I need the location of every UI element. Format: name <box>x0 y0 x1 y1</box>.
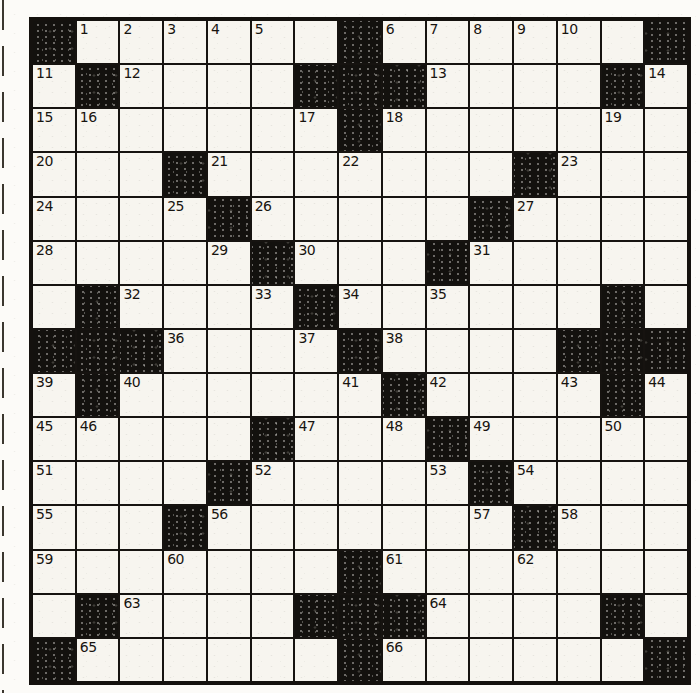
clue-number-23: 23 <box>561 154 578 169</box>
answer-cell-r13c1[interactable]: 59 <box>33 551 75 593</box>
black-cell-r8c2 <box>77 330 119 372</box>
clue-number-24: 24 <box>36 199 53 214</box>
black-cell-r12c4 <box>164 506 206 548</box>
answer-cell-r1c11[interactable]: 8 <box>470 21 512 63</box>
clue-number-30: 30 <box>298 243 315 258</box>
black-cell-r3c8 <box>339 109 381 151</box>
answer-cell-r1c14[interactable] <box>602 21 644 63</box>
clue-number-18: 18 <box>386 110 403 125</box>
answer-cell-r13c14[interactable] <box>602 551 644 593</box>
answer-cell-r4c1[interactable]: 20 <box>33 153 75 195</box>
answer-cell-r12c2[interactable] <box>77 506 119 548</box>
black-cell-r8c1 <box>33 330 75 372</box>
clue-number-29: 29 <box>211 243 228 258</box>
answer-cell-r13c10[interactable] <box>427 551 469 593</box>
answer-cell-r1c7[interactable] <box>295 21 337 63</box>
black-cell-r10c10 <box>427 418 469 460</box>
clue-number-14: 14 <box>648 66 665 81</box>
clue-number-13: 13 <box>430 66 447 81</box>
answer-cell-r14c15[interactable] <box>645 595 687 637</box>
black-cell-r8c14 <box>602 330 644 372</box>
answer-cell-r10c5[interactable] <box>208 418 250 460</box>
black-cell-r4c4 <box>164 153 206 195</box>
answer-cell-r10c11[interactable]: 49 <box>470 418 512 460</box>
answer-cell-r9c8[interactable]: 41 <box>339 374 381 416</box>
answer-cell-r4c14[interactable] <box>602 153 644 195</box>
answer-cell-r11c9[interactable] <box>383 462 425 504</box>
answer-cell-r9c5[interactable] <box>208 374 250 416</box>
black-cell-r5c5 <box>208 198 250 240</box>
answer-cell-r5c2[interactable] <box>77 198 119 240</box>
clue-number-46: 46 <box>80 419 97 434</box>
answer-cell-r4c6[interactable] <box>252 153 294 195</box>
answer-cell-r7c3[interactable]: 32 <box>120 286 162 328</box>
answer-cell-r1c4[interactable]: 3 <box>164 21 206 63</box>
black-cell-r6c6 <box>252 242 294 284</box>
clue-number-5: 5 <box>255 22 263 37</box>
answer-cell-r3c4[interactable] <box>164 109 206 151</box>
answer-cell-r6c2[interactable] <box>77 242 119 284</box>
answer-cell-r12c1[interactable]: 55 <box>33 506 75 548</box>
answer-cell-r8c6[interactable] <box>252 330 294 372</box>
clue-number-52: 52 <box>255 463 272 478</box>
answer-cell-r10c12[interactable] <box>514 418 556 460</box>
answer-cell-r2c13[interactable] <box>558 65 600 107</box>
answer-cell-r15c10[interactable] <box>427 639 469 681</box>
answer-cell-r1c6[interactable]: 5 <box>252 21 294 63</box>
answer-cell-r7c5[interactable] <box>208 286 250 328</box>
black-cell-r14c9 <box>383 595 425 637</box>
answer-cell-r3c14[interactable]: 19 <box>602 109 644 151</box>
answer-cell-r10c7[interactable]: 47 <box>295 418 337 460</box>
answer-cell-r12c13[interactable]: 58 <box>558 506 600 548</box>
answer-cell-r6c11[interactable]: 31 <box>470 242 512 284</box>
answer-cell-r13c15[interactable] <box>645 551 687 593</box>
answer-cell-r4c3[interactable] <box>120 153 162 195</box>
answer-cell-r4c13[interactable]: 23 <box>558 153 600 195</box>
answer-cell-r1c9[interactable]: 6 <box>383 21 425 63</box>
answer-cell-r1c5[interactable]: 4 <box>208 21 250 63</box>
answer-cell-r5c4[interactable]: 25 <box>164 198 206 240</box>
answer-cell-r4c7[interactable] <box>295 153 337 195</box>
answer-cell-r5c6[interactable]: 26 <box>252 198 294 240</box>
answer-cell-r3c1[interactable]: 15 <box>33 109 75 151</box>
answer-cell-r8c12[interactable] <box>514 330 556 372</box>
answer-cell-r12c6[interactable] <box>252 506 294 548</box>
clue-number-22: 22 <box>342 154 359 169</box>
clue-number-15: 15 <box>36 110 53 125</box>
answer-cell-r6c14[interactable] <box>602 242 644 284</box>
clue-number-49: 49 <box>473 419 490 434</box>
answer-cell-r6c7[interactable]: 30 <box>295 242 337 284</box>
answer-cell-r11c13[interactable] <box>558 462 600 504</box>
clue-number-32: 32 <box>123 287 140 302</box>
clue-number-59: 59 <box>36 552 53 567</box>
answer-cell-r13c2[interactable] <box>77 551 119 593</box>
answer-cell-r10c15[interactable] <box>645 418 687 460</box>
scanned-page: 1234567891011121314151617181920212223242… <box>0 0 700 693</box>
answer-cell-r5c10[interactable] <box>427 198 469 240</box>
clue-number-20: 20 <box>36 154 53 169</box>
clue-number-54: 54 <box>517 463 534 478</box>
answer-cell-r5c3[interactable] <box>120 198 162 240</box>
answer-cell-r10c8[interactable] <box>339 418 381 460</box>
clue-number-35: 35 <box>430 287 447 302</box>
black-cell-r9c2 <box>77 374 119 416</box>
answer-cell-r6c12[interactable] <box>514 242 556 284</box>
answer-cell-r14c11[interactable] <box>470 595 512 637</box>
clue-number-65: 65 <box>80 640 97 655</box>
black-cell-r12c12 <box>514 506 556 548</box>
answer-cell-r15c12[interactable] <box>514 639 556 681</box>
answer-cell-r6c15[interactable] <box>645 242 687 284</box>
clue-number-50: 50 <box>605 419 622 434</box>
clue-number-26: 26 <box>255 199 272 214</box>
black-cell-r8c13 <box>558 330 600 372</box>
answer-cell-r1c2[interactable]: 1 <box>77 21 119 63</box>
clue-number-25: 25 <box>167 199 184 214</box>
answer-cell-r13c9[interactable]: 61 <box>383 551 425 593</box>
clue-number-47: 47 <box>298 419 315 434</box>
clue-number-33: 33 <box>255 287 272 302</box>
clue-number-56: 56 <box>211 507 228 522</box>
answer-cell-r14c1[interactable] <box>33 595 75 637</box>
answer-cell-r9c13[interactable]: 43 <box>558 374 600 416</box>
answer-cell-r14c10[interactable]: 64 <box>427 595 469 637</box>
crossword-grid: 1234567891011121314151617181920212223242… <box>29 17 691 685</box>
answer-cell-r10c14[interactable]: 50 <box>602 418 644 460</box>
answer-cell-r7c10[interactable]: 35 <box>427 286 469 328</box>
answer-cell-r3c9[interactable]: 18 <box>383 109 425 151</box>
answer-cell-r2c3[interactable]: 12 <box>120 65 162 107</box>
black-cell-r4c12 <box>514 153 556 195</box>
clue-number-44: 44 <box>648 375 665 390</box>
answer-cell-r3c5[interactable] <box>208 109 250 151</box>
answer-cell-r2c15[interactable]: 14 <box>645 65 687 107</box>
page-edge-line <box>2 0 4 693</box>
clue-number-4: 4 <box>211 22 219 37</box>
clue-number-17: 17 <box>298 110 315 125</box>
answer-cell-r11c4[interactable] <box>164 462 206 504</box>
answer-cell-r13c12[interactable]: 62 <box>514 551 556 593</box>
black-cell-r6c10 <box>427 242 469 284</box>
answer-cell-r12c14[interactable] <box>602 506 644 548</box>
answer-cell-r5c9[interactable] <box>383 198 425 240</box>
black-cell-r1c15 <box>645 21 687 63</box>
clue-number-64: 64 <box>430 596 447 611</box>
answer-cell-r6c8[interactable] <box>339 242 381 284</box>
answer-cell-r11c10[interactable]: 53 <box>427 462 469 504</box>
clue-number-1: 1 <box>80 22 88 37</box>
answer-cell-r5c12[interactable]: 27 <box>514 198 556 240</box>
answer-cell-r15c13[interactable] <box>558 639 600 681</box>
clue-number-34: 34 <box>342 287 359 302</box>
answer-cell-r5c7[interactable] <box>295 198 337 240</box>
answer-cell-r3c10[interactable] <box>427 109 469 151</box>
answer-cell-r11c7[interactable] <box>295 462 337 504</box>
answer-cell-r3c6[interactable] <box>252 109 294 151</box>
clue-number-51: 51 <box>36 463 53 478</box>
black-cell-r8c8 <box>339 330 381 372</box>
answer-cell-r6c3[interactable] <box>120 242 162 284</box>
answer-cell-r3c15[interactable] <box>645 109 687 151</box>
clue-number-36: 36 <box>167 331 184 346</box>
answer-cell-r12c10[interactable] <box>427 506 469 548</box>
answer-cell-r14c12[interactable] <box>514 595 556 637</box>
answer-cell-r9c6[interactable] <box>252 374 294 416</box>
answer-cell-r3c12[interactable] <box>514 109 556 151</box>
answer-cell-r10c4[interactable] <box>164 418 206 460</box>
black-cell-r11c11 <box>470 462 512 504</box>
clue-number-57: 57 <box>473 507 490 522</box>
answer-cell-r10c2[interactable]: 46 <box>77 418 119 460</box>
answer-cell-r9c4[interactable] <box>164 374 206 416</box>
answer-cell-r13c11[interactable] <box>470 551 512 593</box>
answer-cell-r4c11[interactable] <box>470 153 512 195</box>
answer-cell-r3c13[interactable] <box>558 109 600 151</box>
answer-cell-r13c7[interactable] <box>295 551 337 593</box>
clue-number-2: 2 <box>123 22 131 37</box>
clue-number-37: 37 <box>298 331 315 346</box>
answer-cell-r2c12[interactable] <box>514 65 556 107</box>
answer-cell-r5c8[interactable] <box>339 198 381 240</box>
black-cell-r10c6 <box>252 418 294 460</box>
answer-cell-r11c8[interactable] <box>339 462 381 504</box>
clue-number-40: 40 <box>123 375 140 390</box>
black-cell-r2c2 <box>77 65 119 107</box>
answer-cell-r4c10[interactable] <box>427 153 469 195</box>
answer-cell-r15c9[interactable]: 66 <box>383 639 425 681</box>
answer-cell-r6c13[interactable] <box>558 242 600 284</box>
answer-cell-r12c11[interactable]: 57 <box>470 506 512 548</box>
answer-cell-r1c10[interactable]: 7 <box>427 21 469 63</box>
answer-cell-r14c5[interactable] <box>208 595 250 637</box>
answer-cell-r15c7[interactable] <box>295 639 337 681</box>
answer-cell-r2c5[interactable] <box>208 65 250 107</box>
answer-cell-r11c2[interactable] <box>77 462 119 504</box>
clue-number-19: 19 <box>605 110 622 125</box>
clue-number-3: 3 <box>167 22 175 37</box>
clue-number-8: 8 <box>473 22 481 37</box>
black-cell-r13c8 <box>339 551 381 593</box>
answer-cell-r8c5[interactable] <box>208 330 250 372</box>
clue-number-21: 21 <box>211 154 228 169</box>
black-cell-r8c15 <box>645 330 687 372</box>
answer-cell-r4c2[interactable] <box>77 153 119 195</box>
answer-cell-r12c8[interactable] <box>339 506 381 548</box>
black-cell-r1c8 <box>339 21 381 63</box>
black-cell-r14c8 <box>339 595 381 637</box>
clue-number-28: 28 <box>36 243 53 258</box>
answer-cell-r6c1[interactable]: 28 <box>33 242 75 284</box>
answer-cell-r9c12[interactable] <box>514 374 556 416</box>
clue-number-42: 42 <box>430 375 447 390</box>
answer-cell-r14c3[interactable]: 63 <box>120 595 162 637</box>
answer-cell-r12c5[interactable]: 56 <box>208 506 250 548</box>
black-cell-r5c11 <box>470 198 512 240</box>
clue-number-48: 48 <box>386 419 403 434</box>
answer-cell-r15c14[interactable] <box>602 639 644 681</box>
answer-cell-r13c5[interactable] <box>208 551 250 593</box>
answer-cell-r15c5[interactable] <box>208 639 250 681</box>
answer-cell-r13c4[interactable]: 60 <box>164 551 206 593</box>
clue-number-43: 43 <box>561 375 578 390</box>
answer-cell-r10c3[interactable] <box>120 418 162 460</box>
answer-cell-r15c4[interactable] <box>164 639 206 681</box>
clue-number-61: 61 <box>386 552 403 567</box>
answer-cell-r2c10[interactable]: 13 <box>427 65 469 107</box>
answer-cell-r8c9[interactable]: 38 <box>383 330 425 372</box>
clue-number-39: 39 <box>36 375 53 390</box>
black-cell-r2c7 <box>295 65 337 107</box>
answer-cell-r6c5[interactable]: 29 <box>208 242 250 284</box>
answer-cell-r12c9[interactable] <box>383 506 425 548</box>
answer-cell-r14c13[interactable] <box>558 595 600 637</box>
black-cell-r2c14 <box>602 65 644 107</box>
clue-number-41: 41 <box>342 375 359 390</box>
answer-cell-r10c9[interactable]: 48 <box>383 418 425 460</box>
answer-cell-r15c3[interactable] <box>120 639 162 681</box>
black-cell-r9c14 <box>602 374 644 416</box>
answer-cell-r7c8[interactable]: 34 <box>339 286 381 328</box>
answer-cell-r6c4[interactable] <box>164 242 206 284</box>
answer-cell-r9c10[interactable]: 42 <box>427 374 469 416</box>
clue-number-45: 45 <box>36 419 53 434</box>
black-cell-r7c2 <box>77 286 119 328</box>
black-cell-r14c2 <box>77 595 119 637</box>
clue-number-11: 11 <box>36 66 53 81</box>
answer-cell-r8c11[interactable] <box>470 330 512 372</box>
answer-cell-r11c12[interactable]: 54 <box>514 462 556 504</box>
answer-cell-r11c14[interactable] <box>602 462 644 504</box>
answer-cell-r7c9[interactable] <box>383 286 425 328</box>
answer-cell-r14c6[interactable] <box>252 595 294 637</box>
answer-cell-r7c11[interactable] <box>470 286 512 328</box>
answer-cell-r1c13[interactable]: 10 <box>558 21 600 63</box>
answer-cell-r7c12[interactable] <box>514 286 556 328</box>
answer-cell-r6c9[interactable] <box>383 242 425 284</box>
answer-cell-r7c15[interactable] <box>645 286 687 328</box>
clue-number-58: 58 <box>561 507 578 522</box>
answer-cell-r7c6[interactable]: 33 <box>252 286 294 328</box>
answer-cell-r7c4[interactable] <box>164 286 206 328</box>
answer-cell-r3c11[interactable] <box>470 109 512 151</box>
answer-cell-r13c6[interactable] <box>252 551 294 593</box>
answer-cell-r11c1[interactable]: 51 <box>33 462 75 504</box>
answer-cell-r5c1[interactable]: 24 <box>33 198 75 240</box>
answer-cell-r8c10[interactable] <box>427 330 469 372</box>
answer-cell-r15c2[interactable]: 65 <box>77 639 119 681</box>
answer-cell-r11c6[interactable]: 52 <box>252 462 294 504</box>
answer-cell-r2c1[interactable]: 11 <box>33 65 75 107</box>
answer-cell-r9c1[interactable]: 39 <box>33 374 75 416</box>
answer-cell-r1c3[interactable]: 2 <box>120 21 162 63</box>
answer-cell-r7c13[interactable] <box>558 286 600 328</box>
answer-cell-r13c13[interactable] <box>558 551 600 593</box>
answer-cell-r10c1[interactable]: 45 <box>33 418 75 460</box>
answer-cell-r12c7[interactable] <box>295 506 337 548</box>
answer-cell-r5c15[interactable] <box>645 198 687 240</box>
answer-cell-r3c2[interactable]: 16 <box>77 109 119 151</box>
black-cell-r2c8 <box>339 65 381 107</box>
clue-number-53: 53 <box>430 463 447 478</box>
black-cell-r2c9 <box>383 65 425 107</box>
answer-cell-r2c4[interactable] <box>164 65 206 107</box>
answer-cell-r5c13[interactable] <box>558 198 600 240</box>
clue-number-7: 7 <box>430 22 438 37</box>
answer-cell-r9c11[interactable] <box>470 374 512 416</box>
answer-cell-r1c12[interactable]: 9 <box>514 21 556 63</box>
black-cell-r15c15 <box>645 639 687 681</box>
black-cell-r14c7 <box>295 595 337 637</box>
clue-number-38: 38 <box>386 331 403 346</box>
answer-cell-r8c7[interactable]: 37 <box>295 330 337 372</box>
black-cell-r14c14 <box>602 595 644 637</box>
answer-cell-r9c7[interactable] <box>295 374 337 416</box>
black-cell-r15c8 <box>339 639 381 681</box>
clue-number-16: 16 <box>80 110 97 125</box>
answer-cell-r9c15[interactable]: 44 <box>645 374 687 416</box>
black-cell-r1c1 <box>33 21 75 63</box>
answer-cell-r5c14[interactable] <box>602 198 644 240</box>
answer-cell-r15c6[interactable] <box>252 639 294 681</box>
answer-cell-r9c3[interactable]: 40 <box>120 374 162 416</box>
clue-number-27: 27 <box>517 199 534 214</box>
answer-cell-r12c15[interactable] <box>645 506 687 548</box>
answer-cell-r4c15[interactable] <box>645 153 687 195</box>
clue-number-66: 66 <box>386 640 403 655</box>
clue-number-6: 6 <box>386 22 394 37</box>
black-cell-r11c5 <box>208 462 250 504</box>
answer-cell-r4c9[interactable] <box>383 153 425 195</box>
black-cell-r7c7 <box>295 286 337 328</box>
answer-cell-r15c11[interactable] <box>470 639 512 681</box>
clue-number-62: 62 <box>517 552 534 567</box>
clue-number-63: 63 <box>123 596 140 611</box>
black-cell-r7c14 <box>602 286 644 328</box>
black-cell-r9c9 <box>383 374 425 416</box>
answer-cell-r2c11[interactable] <box>470 65 512 107</box>
black-cell-r8c3 <box>120 330 162 372</box>
clue-number-9: 9 <box>517 22 525 37</box>
answer-cell-r10c13[interactable] <box>558 418 600 460</box>
answer-cell-r2c6[interactable] <box>252 65 294 107</box>
clue-number-10: 10 <box>561 22 578 37</box>
answer-cell-r3c3[interactable] <box>120 109 162 151</box>
answer-cell-r4c8[interactable]: 22 <box>339 153 381 195</box>
answer-cell-r11c15[interactable] <box>645 462 687 504</box>
answer-cell-r13c3[interactable] <box>120 551 162 593</box>
answer-cell-r12c3[interactable] <box>120 506 162 548</box>
answer-cell-r4c5[interactable]: 21 <box>208 153 250 195</box>
answer-cell-r7c1[interactable] <box>33 286 75 328</box>
clue-number-55: 55 <box>36 507 53 522</box>
black-cell-r15c1 <box>33 639 75 681</box>
answer-cell-r14c4[interactable] <box>164 595 206 637</box>
clue-number-60: 60 <box>167 552 184 567</box>
answer-cell-r11c3[interactable] <box>120 462 162 504</box>
answer-cell-r3c7[interactable]: 17 <box>295 109 337 151</box>
answer-cell-r8c4[interactable]: 36 <box>164 330 206 372</box>
clue-number-12: 12 <box>123 66 140 81</box>
clue-number-31: 31 <box>473 243 490 258</box>
